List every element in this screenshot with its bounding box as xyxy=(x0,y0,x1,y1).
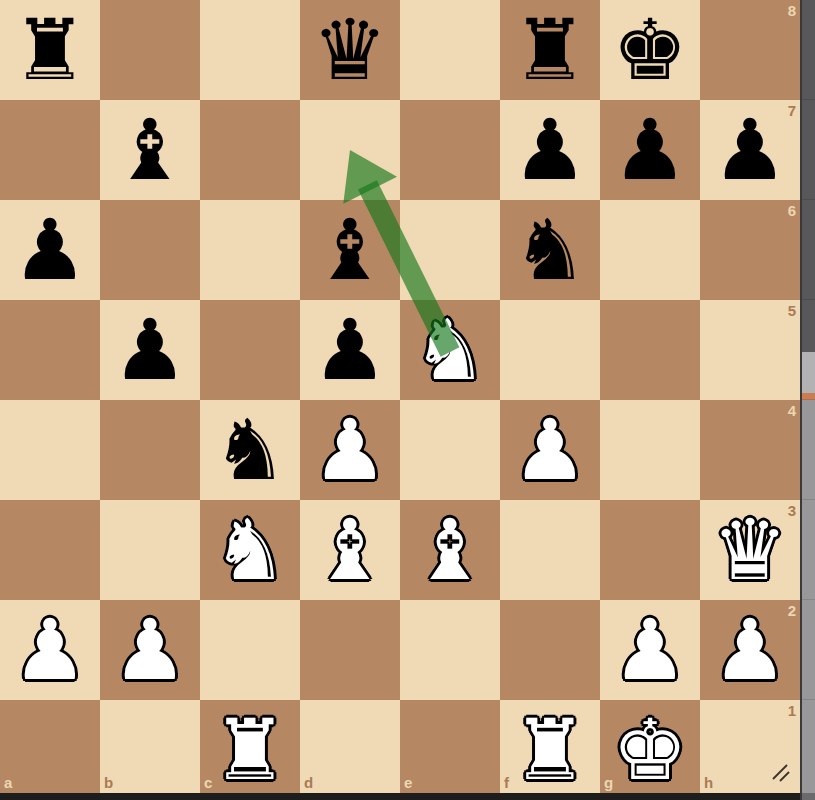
piece-black-pawn[interactable]: ♟ xyxy=(700,100,800,200)
piece-white-knight[interactable]: ♞ xyxy=(200,500,300,600)
square-f1[interactable]: ♜f xyxy=(500,700,600,800)
square-c3[interactable]: ♞ xyxy=(200,500,300,600)
square-h7[interactable]: ♟7 xyxy=(700,100,800,200)
square-g1[interactable]: ♚g xyxy=(600,700,700,800)
square-h6[interactable]: 6 xyxy=(700,200,800,300)
piece-white-bishop[interactable]: ♝ xyxy=(300,500,400,600)
lichess-board-view: ♜♛♜♚8♝♟♟♟7♟♝♞6♟♟♞5♞♟♟4♞♝♝♛3♟♟♟♟2ab♜cde♜f… xyxy=(0,0,815,800)
square-d5[interactable]: ♟ xyxy=(300,300,400,400)
square-a6[interactable]: ♟ xyxy=(0,200,100,300)
file-label-h: h xyxy=(704,775,713,790)
square-a1[interactable]: a xyxy=(0,700,100,800)
piece-black-rook[interactable]: ♜ xyxy=(500,0,600,100)
square-e3[interactable]: ♝ xyxy=(400,500,500,600)
square-d2[interactable] xyxy=(300,600,400,700)
square-f4[interactable]: ♟ xyxy=(500,400,600,500)
piece-white-pawn[interactable]: ♟ xyxy=(100,600,200,700)
piece-black-bishop[interactable]: ♝ xyxy=(300,200,400,300)
square-c2[interactable] xyxy=(200,600,300,700)
piece-white-pawn[interactable]: ♟ xyxy=(700,600,800,700)
square-e4[interactable] xyxy=(400,400,500,500)
square-g7[interactable]: ♟ xyxy=(600,100,700,200)
square-f3[interactable] xyxy=(500,500,600,600)
square-d6[interactable]: ♝ xyxy=(300,200,400,300)
piece-white-pawn[interactable]: ♟ xyxy=(500,400,600,500)
square-c5[interactable] xyxy=(200,300,300,400)
square-b5[interactable]: ♟ xyxy=(100,300,200,400)
square-d1[interactable]: d xyxy=(300,700,400,800)
square-c6[interactable] xyxy=(200,200,300,300)
rank-label-3: 3 xyxy=(788,503,796,518)
piece-white-rook[interactable]: ♜ xyxy=(500,700,600,800)
square-e1[interactable]: e xyxy=(400,700,500,800)
square-b6[interactable] xyxy=(100,200,200,300)
square-d3[interactable]: ♝ xyxy=(300,500,400,600)
piece-white-king[interactable]: ♚ xyxy=(600,700,700,800)
file-label-d: d xyxy=(304,775,313,790)
rank-label-1: 1 xyxy=(788,703,796,718)
square-d8[interactable]: ♛ xyxy=(300,0,400,100)
square-b3[interactable] xyxy=(100,500,200,600)
square-e6[interactable] xyxy=(400,200,500,300)
square-d7[interactable] xyxy=(300,100,400,200)
square-a5[interactable] xyxy=(0,300,100,400)
square-f2[interactable] xyxy=(500,600,600,700)
rank-label-2: 2 xyxy=(788,603,796,618)
piece-black-bishop[interactable]: ♝ xyxy=(100,100,200,200)
piece-black-queen[interactable]: ♛ xyxy=(300,0,400,100)
square-a3[interactable] xyxy=(0,500,100,600)
piece-black-pawn[interactable]: ♟ xyxy=(100,300,200,400)
piece-white-pawn[interactable]: ♟ xyxy=(0,600,100,700)
piece-white-rook[interactable]: ♜ xyxy=(200,700,300,800)
square-a7[interactable] xyxy=(0,100,100,200)
piece-black-knight[interactable]: ♞ xyxy=(500,200,600,300)
file-label-a: a xyxy=(4,775,12,790)
rank-label-8: 8 xyxy=(788,3,796,18)
square-b1[interactable]: b xyxy=(100,700,200,800)
square-e2[interactable] xyxy=(400,600,500,700)
chess-board: ♜♛♜♚8♝♟♟♟7♟♝♞6♟♟♞5♞♟♟4♞♝♝♛3♟♟♟♟2ab♜cde♜f… xyxy=(0,0,800,800)
rank-label-7: 7 xyxy=(788,103,796,118)
square-c4[interactable]: ♞ xyxy=(200,400,300,500)
piece-black-pawn[interactable]: ♟ xyxy=(600,100,700,200)
square-c7[interactable] xyxy=(200,100,300,200)
piece-white-pawn[interactable]: ♟ xyxy=(600,600,700,700)
board-resize-handle-icon[interactable] xyxy=(768,760,794,786)
piece-black-pawn[interactable]: ♟ xyxy=(300,300,400,400)
file-label-b: b xyxy=(104,775,113,790)
square-f6[interactable]: ♞ xyxy=(500,200,600,300)
square-h8[interactable]: 8 xyxy=(700,0,800,100)
square-c8[interactable] xyxy=(200,0,300,100)
square-g2[interactable]: ♟ xyxy=(600,600,700,700)
file-label-e: e xyxy=(404,775,412,790)
square-b4[interactable] xyxy=(100,400,200,500)
square-a2[interactable]: ♟ xyxy=(0,600,100,700)
rank-label-5: 5 xyxy=(788,303,796,318)
square-h4[interactable]: 4 xyxy=(700,400,800,500)
square-e8[interactable] xyxy=(400,0,500,100)
scrollbar xyxy=(800,0,815,800)
square-h3[interactable]: ♛3 xyxy=(700,500,800,600)
square-g3[interactable] xyxy=(600,500,700,600)
square-g6[interactable] xyxy=(600,200,700,300)
bottom-bar xyxy=(0,793,800,800)
square-b2[interactable]: ♟ xyxy=(100,600,200,700)
square-f5[interactable] xyxy=(500,300,600,400)
file-label-c: c xyxy=(204,775,212,790)
square-e7[interactable] xyxy=(400,100,500,200)
square-h5[interactable]: 5 xyxy=(700,300,800,400)
square-f8[interactable]: ♜ xyxy=(500,0,600,100)
scrollbar-bottom xyxy=(802,793,815,800)
piece-white-bishop[interactable]: ♝ xyxy=(400,500,500,600)
square-g8[interactable]: ♚ xyxy=(600,0,700,100)
piece-black-king[interactable]: ♚ xyxy=(600,0,700,100)
piece-white-knight[interactable]: ♞ xyxy=(400,300,500,400)
rank-label-4: 4 xyxy=(788,403,796,418)
square-c1[interactable]: ♜c xyxy=(200,700,300,800)
square-g5[interactable] xyxy=(600,300,700,400)
file-label-f: f xyxy=(504,775,509,790)
square-g4[interactable] xyxy=(600,400,700,500)
square-a8[interactable]: ♜ xyxy=(0,0,100,100)
piece-black-rook[interactable]: ♜ xyxy=(0,0,100,100)
square-b7[interactable]: ♝ xyxy=(100,100,200,200)
piece-black-pawn[interactable]: ♟ xyxy=(0,200,100,300)
square-e5[interactable]: ♞ xyxy=(400,300,500,400)
square-f7[interactable]: ♟ xyxy=(500,100,600,200)
scrollbar-segment-lines xyxy=(802,0,815,793)
piece-black-pawn[interactable]: ♟ xyxy=(500,100,600,200)
piece-white-queen[interactable]: ♛ xyxy=(700,500,800,600)
file-label-g: g xyxy=(604,775,613,790)
square-h2[interactable]: ♟2 xyxy=(700,600,800,700)
square-b8[interactable] xyxy=(100,0,200,100)
piece-black-knight[interactable]: ♞ xyxy=(200,400,300,500)
rank-label-6: 6 xyxy=(788,203,796,218)
piece-white-pawn[interactable]: ♟ xyxy=(300,400,400,500)
square-a4[interactable] xyxy=(0,400,100,500)
square-d4[interactable]: ♟ xyxy=(300,400,400,500)
